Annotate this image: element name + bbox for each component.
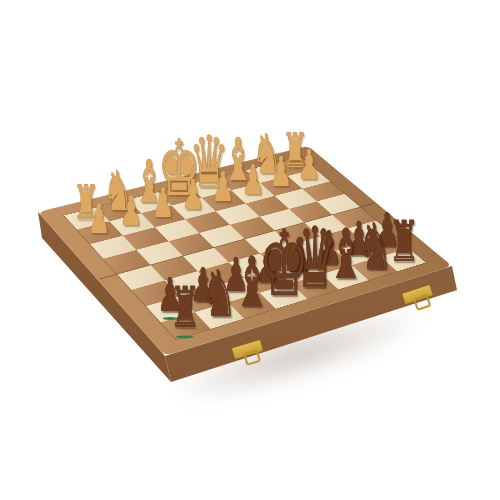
chess-set-product-photo: ♜♞♝♚♛♝♞♜♟♟♟♟♟♟♟♟♟♟♟♟♟♟♟♟♜♞♝♚♛♝♞♜: [0, 0, 500, 500]
